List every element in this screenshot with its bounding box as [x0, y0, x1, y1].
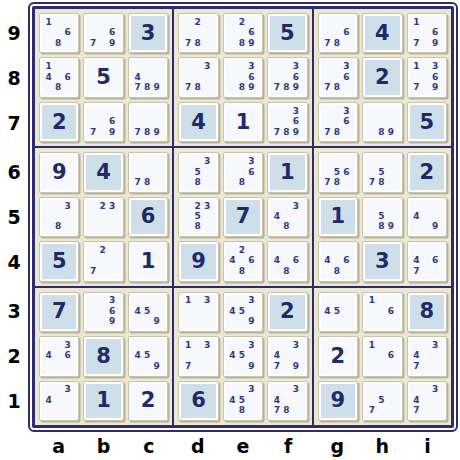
candidate-mark: 4 [412, 351, 421, 361]
cell-i1[interactable]: 347 [407, 381, 447, 421]
candidate-mark [183, 17, 192, 27]
cell-h2[interactable]: 16 [362, 336, 402, 376]
candidate-mark [386, 405, 395, 415]
candidate-mark: 4 [133, 351, 142, 361]
candidate-mark: 7 [272, 405, 281, 415]
candidate-mark: 8 [282, 82, 291, 92]
candidate-mark [228, 72, 237, 82]
cell-d3[interactable]: 13 [178, 292, 218, 332]
candidate-mark: 3 [291, 201, 300, 211]
cell-g7[interactable]: 3678 [318, 102, 358, 142]
cell-i4[interactable]: 467 [407, 241, 447, 281]
cell-e6[interactable]: 368 [223, 152, 263, 192]
candidate-mark [342, 306, 351, 316]
cell-c7[interactable]: 789 [128, 102, 168, 142]
candidate-mark [421, 72, 430, 82]
pencil-marks: 369 [88, 296, 116, 327]
cell-f3[interactable]: 2 [267, 292, 307, 332]
cell-e4[interactable]: 2468 [223, 241, 263, 281]
candidate-mark: 5 [332, 167, 341, 177]
cell-g6[interactable]: 5678 [318, 152, 358, 192]
candidate-mark: 5 [237, 351, 246, 361]
cell-e2[interactable]: 3459 [223, 336, 263, 376]
candidate-mark [98, 27, 107, 37]
pencil-marks: 13 [183, 296, 211, 327]
candidate-mark [332, 256, 341, 266]
candidate-mark [44, 405, 53, 415]
cell-c5[interactable]: 6 [128, 197, 168, 237]
candidate-mark [152, 306, 161, 316]
pencil-marks: 3459 [228, 296, 256, 327]
candidate-mark: 5 [193, 211, 202, 221]
candidate-mark [291, 395, 300, 405]
candidate-mark: 3 [342, 106, 351, 116]
candidate-mark [421, 351, 430, 361]
cell-a4[interactable]: 5 [39, 241, 79, 281]
candidate-mark: 4 [272, 211, 281, 221]
candidate-mark: 1 [183, 340, 192, 350]
candidate-mark: 7 [183, 38, 192, 48]
cell-a9[interactable]: 168 [39, 13, 79, 53]
cell-g2[interactable]: 2 [318, 336, 358, 376]
candidate-mark [323, 266, 332, 276]
candidate-mark [367, 106, 376, 116]
cell-value: 4 [191, 112, 206, 133]
cell-f6[interactable]: 1 [267, 152, 307, 192]
candidate-mark: 2 [98, 201, 107, 211]
cell-c8[interactable]: 4789 [128, 57, 168, 97]
candidate-mark: 9 [107, 38, 116, 48]
candidate-mark [98, 306, 107, 316]
cell-g9[interactable]: 678 [318, 13, 358, 53]
candidate-mark: 3 [291, 61, 300, 71]
pencil-marks: 2358 [183, 201, 211, 232]
candidate-mark: 7 [323, 38, 332, 48]
cell-e1[interactable]: 3458 [223, 381, 263, 421]
candidate-mark: 3 [291, 385, 300, 395]
sudoku-page: 987654321 168679314685478926797892782689… [0, 0, 460, 460]
candidate-mark: 3 [202, 296, 211, 306]
candidate-mark [183, 72, 192, 82]
candidate-mark [237, 296, 246, 306]
label-group: 321 [0, 288, 28, 425]
candidate-mark: 7 [133, 82, 142, 92]
cell-a3[interactable]: 7 [39, 292, 79, 332]
row-label-8: 8 [0, 57, 28, 98]
cell-g3[interactable]: 45 [318, 292, 358, 332]
cell-e5[interactable]: 7 [223, 197, 263, 237]
candidate-mark: 5 [377, 395, 386, 405]
candidate-mark [202, 167, 211, 177]
cell-b7[interactable]: 679 [83, 102, 123, 142]
candidate-mark: 5 [377, 167, 386, 177]
sudoku-board: 1686793146854789267978927826895378368936… [28, 2, 458, 432]
candidate-mark: 7 [367, 405, 376, 415]
candidate-mark: 4 [44, 72, 53, 82]
cell-f1[interactable]: 3478 [267, 381, 307, 421]
cell-g5[interactable]: 1 [318, 197, 358, 237]
label-group: def [174, 432, 311, 459]
pencil-marks: 78 [133, 156, 161, 187]
cell-f4[interactable]: 468 [267, 241, 307, 281]
candidate-mark: 7 [272, 82, 281, 92]
candidate-mark: 6 [342, 72, 351, 82]
cell-f8[interactable]: 36789 [267, 57, 307, 97]
candidate-mark [421, 17, 430, 27]
candidate-mark [53, 340, 62, 350]
candidate-mark [142, 296, 151, 306]
cell-g8[interactable]: 3678 [318, 57, 358, 97]
pencil-marks: 57 [367, 385, 395, 416]
cell-e9[interactable]: 2689 [223, 13, 263, 53]
cell-b2[interactable]: 8 [83, 336, 123, 376]
cell-c9[interactable]: 3 [128, 13, 168, 53]
cell-i3[interactable]: 8 [407, 292, 447, 332]
candidate-mark [282, 106, 291, 116]
candidate-mark [183, 317, 192, 327]
candidate-mark [421, 222, 430, 232]
cell-i7[interactable]: 5 [407, 102, 447, 142]
candidate-mark [367, 222, 376, 232]
candidate-mark [88, 17, 97, 27]
candidate-mark [323, 72, 332, 82]
candidate-mark [282, 201, 291, 211]
candidate-mark [88, 106, 97, 116]
box-5: 35836812358734892468468 [174, 148, 311, 285]
candidate-mark [412, 385, 421, 395]
candidate-mark [412, 222, 421, 232]
cell-value: 5 [96, 67, 111, 88]
candidate-mark [237, 340, 246, 350]
candidate-mark [323, 61, 332, 71]
candidate-mark: 2 [237, 245, 246, 255]
candidate-mark: 3 [247, 61, 256, 71]
candidate-mark [247, 306, 256, 316]
candidate-mark [367, 167, 376, 177]
pencil-marks: 679 [88, 106, 116, 137]
candidate-mark [272, 266, 281, 276]
candidate-mark [44, 201, 53, 211]
cell-e8[interactable]: 3689 [223, 57, 263, 97]
cell-b8[interactable]: 5 [83, 57, 123, 97]
cell-h7[interactable]: 89 [362, 102, 402, 142]
candidate-mark [272, 201, 281, 211]
candidate-mark [421, 211, 430, 221]
cell-h9[interactable]: 4 [362, 13, 402, 53]
candidate-mark [386, 177, 395, 187]
cell-b3[interactable]: 369 [83, 292, 123, 332]
cell-h1[interactable]: 57 [362, 381, 402, 421]
cell-g1[interactable]: 9 [318, 381, 358, 421]
candidate-mark: 3 [202, 201, 211, 211]
candidate-mark: 5 [237, 306, 246, 316]
cell-value: 2 [375, 67, 390, 88]
board-boxes: 1686793146854789267978927826895378368936… [32, 6, 454, 428]
cell-c2[interactable]: 459 [128, 336, 168, 376]
cell-f7[interactable]: 36789 [267, 102, 307, 142]
candidate-mark [228, 385, 237, 395]
candidate-mark: 9 [107, 317, 116, 327]
candidate-mark: 3 [247, 385, 256, 395]
candidate-mark [367, 395, 376, 405]
cell-i8[interactable]: 13679 [407, 57, 447, 97]
candidate-mark [63, 82, 72, 92]
cell-a6[interactable]: 9 [39, 152, 79, 192]
candidate-mark [98, 317, 107, 327]
pencil-marks: 358 [183, 156, 211, 187]
col-label-a: a [38, 432, 79, 459]
pencil-marks: 468 [272, 245, 300, 276]
cell-a7[interactable]: 2 [39, 102, 79, 142]
pencil-marks: 459 [133, 296, 161, 327]
cell-h3[interactable]: 16 [362, 292, 402, 332]
candidate-mark [183, 306, 192, 316]
candidate-mark [193, 306, 202, 316]
cell-f9[interactable]: 5 [267, 13, 307, 53]
candidate-mark [282, 385, 291, 395]
candidate-mark: 8 [237, 405, 246, 415]
cell-c1[interactable]: 2 [128, 381, 168, 421]
row-label-6: 6 [0, 151, 28, 192]
candidate-mark [237, 27, 246, 37]
cell-value: 8 [96, 346, 111, 367]
candidate-mark: 7 [272, 361, 281, 371]
candidate-mark [323, 167, 332, 177]
candidate-mark [332, 245, 341, 255]
cell-c4[interactable]: 1 [128, 241, 168, 281]
candidate-mark: 8 [332, 38, 341, 48]
candidate-mark [332, 27, 341, 37]
candidate-mark: 7 [323, 82, 332, 92]
pencil-marks: 3459 [228, 340, 256, 371]
candidate-mark [53, 405, 62, 415]
candidate-mark: 3 [291, 340, 300, 350]
pencil-marks: 23 [88, 201, 116, 232]
candidate-mark [377, 296, 386, 306]
candidate-mark: 1 [44, 17, 53, 27]
cell-e3[interactable]: 3459 [223, 292, 263, 332]
candidate-mark: 7 [323, 177, 332, 187]
candidate-mark [152, 72, 161, 82]
candidate-mark [88, 116, 97, 126]
candidate-mark [237, 156, 246, 166]
cell-value: 3 [141, 23, 156, 44]
pencil-marks: 4789 [133, 61, 161, 92]
cell-a5[interactable]: 38 [39, 197, 79, 237]
candidate-mark: 6 [107, 306, 116, 316]
candidate-mark [323, 17, 332, 27]
cell-b1[interactable]: 1 [83, 381, 123, 421]
cell-value: 9 [52, 162, 67, 183]
candidate-mark [98, 17, 107, 27]
candidate-mark: 8 [53, 38, 62, 48]
box-9: 45168216347957347 [314, 288, 451, 425]
cell-h6[interactable]: 578 [362, 152, 402, 192]
candidate-mark [133, 156, 142, 166]
pencil-marks: 1468 [44, 61, 72, 92]
pencil-marks: 49 [412, 201, 440, 232]
cell-h5[interactable]: 589 [362, 197, 402, 237]
candidate-mark [421, 82, 430, 92]
cell-b6[interactable]: 4 [83, 152, 123, 192]
candidate-mark [282, 116, 291, 126]
cell-c6[interactable]: 78 [128, 152, 168, 192]
candidate-mark [98, 266, 107, 276]
cell-i5[interactable]: 49 [407, 197, 447, 237]
box-1: 16867931468547892679789 [35, 9, 172, 146]
candidate-mark: 1 [412, 61, 421, 71]
candidate-mark [152, 351, 161, 361]
candidate-mark [193, 361, 202, 371]
cell-value: 1 [96, 390, 111, 411]
pencil-marks: 347 [412, 385, 440, 416]
candidate-mark [237, 317, 246, 327]
candidate-mark [152, 61, 161, 71]
candidate-mark: 3 [202, 340, 211, 350]
col-label-e: e [222, 432, 263, 459]
pencil-marks: 3678 [323, 106, 351, 137]
candidate-mark [183, 167, 192, 177]
candidate-mark [237, 167, 246, 177]
cell-a8[interactable]: 1468 [39, 57, 79, 97]
cell-d1[interactable]: 6 [178, 381, 218, 421]
candidate-mark [88, 27, 97, 37]
cell-a1[interactable]: 34 [39, 381, 79, 421]
candidate-mark [44, 211, 53, 221]
candidate-mark [291, 266, 300, 276]
candidate-mark: 7 [412, 405, 421, 415]
cell-b9[interactable]: 679 [83, 13, 123, 53]
candidate-mark: 6 [107, 27, 116, 37]
box-4: 9478382365271 [35, 148, 172, 285]
pencil-marks: 3689 [228, 61, 256, 92]
cell-d9[interactable]: 278 [178, 13, 218, 53]
candidate-mark [342, 317, 351, 327]
cell-g4[interactable]: 468 [318, 241, 358, 281]
pencil-marks: 16 [367, 340, 395, 371]
cell-d7[interactable]: 4 [178, 102, 218, 142]
col-label-i: i [407, 432, 448, 459]
candidate-mark [247, 351, 256, 361]
candidate-mark [272, 385, 281, 395]
cell-e7[interactable]: 1 [223, 102, 263, 142]
cell-d4[interactable]: 9 [178, 241, 218, 281]
candidate-mark [323, 317, 332, 327]
candidate-mark [183, 27, 192, 37]
candidate-mark [367, 306, 376, 316]
candidate-mark: 9 [386, 222, 395, 232]
candidate-mark: 6 [291, 256, 300, 266]
candidate-mark [323, 156, 332, 166]
candidate-mark [53, 395, 62, 405]
pencil-marks: 278 [183, 17, 211, 48]
pencil-marks: 34 [44, 385, 72, 416]
candidate-mark [183, 177, 192, 187]
candidate-mark [98, 127, 107, 137]
cell-i2[interactable]: 347 [407, 336, 447, 376]
candidate-mark: 4 [228, 351, 237, 361]
box-6: 567857821589494683467 [314, 148, 451, 285]
candidate-mark [367, 351, 376, 361]
candidate-mark [133, 106, 142, 116]
candidate-mark [421, 361, 430, 371]
candidate-mark [282, 72, 291, 82]
candidate-mark: 8 [193, 222, 202, 232]
cell-i9[interactable]: 1679 [407, 13, 447, 53]
cell-f2[interactable]: 3479 [267, 336, 307, 376]
candidate-mark [133, 317, 142, 327]
cell-d2[interactable]: 137 [178, 336, 218, 376]
cell-d5[interactable]: 2358 [178, 197, 218, 237]
candidate-mark [247, 17, 256, 27]
candidate-mark [377, 351, 386, 361]
row-label-9: 9 [0, 12, 28, 53]
candidate-mark [323, 245, 332, 255]
candidate-mark [412, 201, 421, 211]
candidate-mark [152, 340, 161, 350]
candidate-mark [421, 27, 430, 37]
candidate-mark: 8 [332, 266, 341, 276]
candidate-mark: 6 [342, 256, 351, 266]
candidate-mark: 8 [142, 82, 151, 92]
cell-a2[interactable]: 346 [39, 336, 79, 376]
candidate-mark: 8 [377, 127, 386, 137]
cell-d8[interactable]: 378 [178, 57, 218, 97]
candidate-mark [133, 116, 142, 126]
candidate-mark: 4 [412, 211, 421, 221]
candidate-mark: 3 [247, 296, 256, 306]
candidate-mark [386, 296, 395, 306]
candidate-mark [228, 317, 237, 327]
candidate-mark: 3 [202, 156, 211, 166]
candidate-mark [152, 296, 161, 306]
candidate-mark [228, 296, 237, 306]
candidate-mark [142, 340, 151, 350]
candidate-mark [332, 317, 341, 327]
cell-value: 2 [141, 390, 156, 411]
candidate-mark [421, 245, 430, 255]
cell-i6[interactable]: 2 [407, 152, 447, 192]
candidate-mark: 9 [386, 127, 395, 137]
candidate-mark [107, 222, 116, 232]
cell-b5[interactable]: 23 [83, 197, 123, 237]
pencil-marks: 468 [323, 245, 351, 276]
candidate-mark: 8 [282, 222, 291, 232]
candidate-mark: 6 [247, 167, 256, 177]
cell-h8[interactable]: 2 [362, 57, 402, 97]
cell-b4[interactable]: 27 [83, 241, 123, 281]
cell-c3[interactable]: 459 [128, 292, 168, 332]
cell-value: 1 [331, 206, 346, 227]
cell-d6[interactable]: 358 [178, 152, 218, 192]
cell-value: 4 [375, 23, 390, 44]
candidate-mark [63, 17, 72, 27]
candidate-mark [421, 201, 430, 211]
candidate-mark [202, 38, 211, 48]
candidate-mark [53, 72, 62, 82]
label-group: 654 [0, 148, 28, 285]
candidate-mark: 6 [342, 27, 351, 37]
candidate-mark [228, 156, 237, 166]
candidate-mark: 6 [291, 72, 300, 82]
candidate-mark [133, 340, 142, 350]
cell-h4[interactable]: 3 [362, 241, 402, 281]
candidate-mark: 2 [98, 245, 107, 255]
candidate-mark [430, 351, 439, 361]
candidate-mark: 6 [63, 351, 72, 361]
candidate-mark [367, 156, 376, 166]
cell-f5[interactable]: 348 [267, 197, 307, 237]
